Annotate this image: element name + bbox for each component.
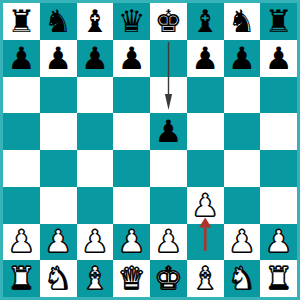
white-pawn[interactable]: ♟: [265, 226, 293, 257]
square-g7[interactable]: ♟: [224, 40, 261, 77]
white-pawn[interactable]: ♟: [44, 226, 72, 257]
square-g4[interactable]: [224, 150, 261, 187]
white-knight[interactable]: ♞: [44, 263, 72, 294]
black-rook[interactable]: ♜: [7, 6, 35, 37]
square-g8[interactable]: ♞: [224, 3, 261, 40]
square-g5[interactable]: [224, 113, 261, 150]
square-b6[interactable]: [40, 77, 77, 114]
square-h6[interactable]: [260, 77, 297, 114]
chess-board-frame: ♜♞♝♛♚♝♞♜♟♟♟♟♟♟♟♟♟♟♟♟♟♟♟♟♜♞♝♛♚♝♞♜: [0, 0, 300, 300]
square-c7[interactable]: ♟: [77, 40, 114, 77]
square-h5[interactable]: [260, 113, 297, 150]
square-d3[interactable]: [113, 187, 150, 224]
square-d6[interactable]: [113, 77, 150, 114]
square-e4[interactable]: [150, 150, 187, 187]
square-h4[interactable]: [260, 150, 297, 187]
square-g3[interactable]: [224, 187, 261, 224]
white-bishop[interactable]: ♝: [191, 263, 219, 294]
white-pawn[interactable]: ♟: [228, 226, 256, 257]
black-pawn[interactable]: ♟: [81, 43, 109, 74]
square-c1[interactable]: ♝: [77, 260, 114, 297]
square-g1[interactable]: ♞: [224, 260, 261, 297]
black-bishop[interactable]: ♝: [81, 6, 109, 37]
square-h1[interactable]: ♜: [260, 260, 297, 297]
black-queen[interactable]: ♛: [118, 6, 146, 37]
square-f6[interactable]: [187, 77, 224, 114]
black-knight[interactable]: ♞: [228, 6, 256, 37]
black-knight[interactable]: ♞: [44, 6, 72, 37]
white-pawn[interactable]: ♟: [118, 226, 146, 257]
square-b3[interactable]: [40, 187, 77, 224]
square-d4[interactable]: [113, 150, 150, 187]
square-b1[interactable]: ♞: [40, 260, 77, 297]
square-b8[interactable]: ♞: [40, 3, 77, 40]
square-d1[interactable]: ♛: [113, 260, 150, 297]
black-pawn[interactable]: ♟: [7, 43, 35, 74]
square-e6[interactable]: [150, 77, 187, 114]
square-e5[interactable]: ♟: [150, 113, 187, 150]
square-g2[interactable]: ♟: [224, 224, 261, 261]
square-e7[interactable]: [150, 40, 187, 77]
square-a2[interactable]: ♟: [3, 224, 40, 261]
square-h2[interactable]: ♟: [260, 224, 297, 261]
square-h8[interactable]: ♜: [260, 3, 297, 40]
square-b7[interactable]: ♟: [40, 40, 77, 77]
square-e8[interactable]: ♚: [150, 3, 187, 40]
square-f8[interactable]: ♝: [187, 3, 224, 40]
square-c3[interactable]: [77, 187, 114, 224]
square-a3[interactable]: [3, 187, 40, 224]
square-f2[interactable]: [187, 224, 224, 261]
square-a4[interactable]: [3, 150, 40, 187]
square-f4[interactable]: [187, 150, 224, 187]
square-c6[interactable]: [77, 77, 114, 114]
square-d5[interactable]: [113, 113, 150, 150]
square-a7[interactable]: ♟: [3, 40, 40, 77]
square-h7[interactable]: ♟: [260, 40, 297, 77]
white-queen[interactable]: ♛: [118, 263, 146, 294]
square-g6[interactable]: [224, 77, 261, 114]
black-rook[interactable]: ♜: [265, 6, 293, 37]
square-b2[interactable]: ♟: [40, 224, 77, 261]
white-pawn[interactable]: ♟: [7, 226, 35, 257]
square-c4[interactable]: [77, 150, 114, 187]
chess-board: ♜♞♝♛♚♝♞♜♟♟♟♟♟♟♟♟♟♟♟♟♟♟♟♟♜♞♝♛♚♝♞♜: [3, 3, 297, 297]
white-king[interactable]: ♚: [154, 263, 182, 294]
white-bishop[interactable]: ♝: [81, 263, 109, 294]
square-c2[interactable]: ♟: [77, 224, 114, 261]
square-a5[interactable]: [3, 113, 40, 150]
square-e2[interactable]: ♟: [150, 224, 187, 261]
square-f3[interactable]: ♟: [187, 187, 224, 224]
white-pawn[interactable]: ♟: [81, 226, 109, 257]
square-d8[interactable]: ♛: [113, 3, 150, 40]
square-c8[interactable]: ♝: [77, 3, 114, 40]
square-d2[interactable]: ♟: [113, 224, 150, 261]
white-pawn[interactable]: ♟: [191, 190, 219, 221]
white-knight[interactable]: ♞: [228, 263, 256, 294]
black-pawn[interactable]: ♟: [228, 43, 256, 74]
square-c5[interactable]: [77, 113, 114, 150]
black-bishop[interactable]: ♝: [191, 6, 219, 37]
square-h3[interactable]: [260, 187, 297, 224]
black-pawn[interactable]: ♟: [154, 116, 182, 147]
white-pawn[interactable]: ♟: [154, 226, 182, 257]
square-f5[interactable]: [187, 113, 224, 150]
square-b4[interactable]: [40, 150, 77, 187]
square-e1[interactable]: ♚: [150, 260, 187, 297]
black-pawn[interactable]: ♟: [191, 43, 219, 74]
square-a1[interactable]: ♜: [3, 260, 40, 297]
black-pawn[interactable]: ♟: [44, 43, 72, 74]
black-pawn[interactable]: ♟: [265, 43, 293, 74]
white-rook[interactable]: ♜: [7, 263, 35, 294]
square-e3[interactable]: [150, 187, 187, 224]
square-a8[interactable]: ♜: [3, 3, 40, 40]
square-f1[interactable]: ♝: [187, 260, 224, 297]
white-rook[interactable]: ♜: [265, 263, 293, 294]
black-king[interactable]: ♚: [154, 6, 182, 37]
square-b5[interactable]: [40, 113, 77, 150]
square-d7[interactable]: ♟: [113, 40, 150, 77]
square-a6[interactable]: [3, 77, 40, 114]
square-f7[interactable]: ♟: [187, 40, 224, 77]
black-pawn[interactable]: ♟: [118, 43, 146, 74]
